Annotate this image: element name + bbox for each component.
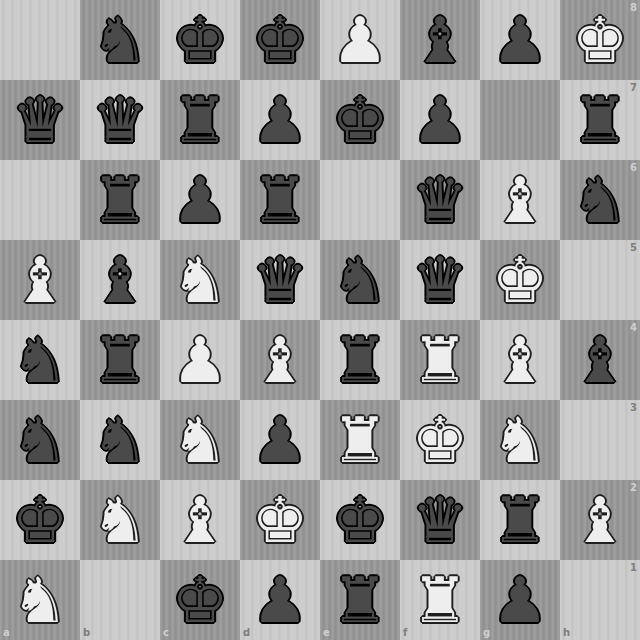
rank-label-8: 8	[630, 3, 637, 13]
white-bishop-icon: ♝	[12, 241, 68, 320]
white-knight-icon: ♞	[172, 401, 228, 480]
square-g8[interactable]: ♟	[480, 0, 560, 80]
black-queen-icon: ♛	[412, 481, 468, 560]
square-h7[interactable]: ♜7	[560, 80, 640, 160]
black-pawn-icon: ♟	[252, 81, 308, 160]
black-king-icon: ♚	[12, 481, 68, 560]
file-label-b: b	[83, 628, 90, 638]
white-knight-icon: ♞	[12, 561, 68, 640]
square-e5[interactable]: ♞	[320, 240, 400, 320]
white-knight-icon: ♞	[492, 401, 548, 480]
square-b3[interactable]: ♞	[80, 400, 160, 480]
black-rook-icon: ♜	[332, 321, 388, 400]
black-rook-icon: ♜	[172, 81, 228, 160]
rank-label-4: 4	[630, 323, 637, 333]
square-a7[interactable]: ♛	[0, 80, 80, 160]
black-pawn-icon: ♟	[492, 561, 548, 640]
file-label-c: c	[163, 628, 169, 638]
rank-label-1: 1	[630, 563, 637, 573]
square-e1[interactable]: ♜e	[320, 560, 400, 640]
black-queen-icon: ♛	[92, 81, 148, 160]
white-rook-icon: ♜	[412, 321, 468, 400]
square-a1[interactable]: ♞a	[0, 560, 80, 640]
square-f7[interactable]: ♟	[400, 80, 480, 160]
square-c6[interactable]: ♟	[160, 160, 240, 240]
file-label-a: a	[3, 628, 10, 638]
black-king-icon: ♚	[172, 561, 228, 640]
white-knight-icon: ♞	[92, 481, 148, 560]
black-queen-icon: ♛	[412, 161, 468, 240]
square-e4[interactable]: ♜	[320, 320, 400, 400]
black-rook-icon: ♜	[252, 161, 308, 240]
square-h1[interactable]: 1h	[560, 560, 640, 640]
white-king-icon: ♚	[572, 1, 628, 80]
file-label-f: f	[403, 628, 407, 638]
square-h8[interactable]: ♚8	[560, 0, 640, 80]
square-h6[interactable]: ♞6	[560, 160, 640, 240]
square-e8[interactable]: ♟	[320, 0, 400, 80]
square-a2[interactable]: ♚	[0, 480, 80, 560]
square-d5[interactable]: ♛	[240, 240, 320, 320]
square-h5[interactable]: 5	[560, 240, 640, 320]
white-pawn-icon: ♟	[332, 1, 388, 80]
rank-label-3: 3	[630, 403, 637, 413]
square-e2[interactable]: ♚	[320, 480, 400, 560]
white-pawn-icon: ♟	[172, 321, 228, 400]
square-c5[interactable]: ♞	[160, 240, 240, 320]
square-f8[interactable]: ♝	[400, 0, 480, 80]
square-c2[interactable]: ♝	[160, 480, 240, 560]
white-bishop-icon: ♝	[572, 481, 628, 560]
black-queen-icon: ♛	[412, 241, 468, 320]
file-label-g: g	[483, 628, 490, 638]
black-knight-icon: ♞	[12, 321, 68, 400]
square-d4[interactable]: ♝	[240, 320, 320, 400]
square-e3[interactable]: ♜	[320, 400, 400, 480]
square-b4[interactable]: ♜	[80, 320, 160, 400]
square-f5[interactable]: ♛	[400, 240, 480, 320]
black-rook-icon: ♜	[92, 161, 148, 240]
black-knight-icon: ♞	[92, 401, 148, 480]
square-c4[interactable]: ♟	[160, 320, 240, 400]
white-knight-icon: ♞	[172, 241, 228, 320]
square-b5[interactable]: ♝	[80, 240, 160, 320]
square-f2[interactable]: ♛	[400, 480, 480, 560]
black-king-icon: ♚	[332, 81, 388, 160]
black-knight-icon: ♞	[92, 1, 148, 80]
black-bishop-icon: ♝	[412, 1, 468, 80]
rank-label-7: 7	[630, 83, 637, 93]
white-bishop-icon: ♝	[172, 481, 228, 560]
chess-board: ♞♚♚♟♝♟♚8♛♛♜♟♚♟♜7♜♟♜♛♝♞6♝♝♞♛♞♛♚5♞♜♟♝♜♜♝♝4…	[0, 0, 640, 640]
square-d7[interactable]: ♟	[240, 80, 320, 160]
black-pawn-icon: ♟	[252, 561, 308, 640]
square-f6[interactable]: ♛	[400, 160, 480, 240]
square-e7[interactable]: ♚	[320, 80, 400, 160]
square-e6[interactable]	[320, 160, 400, 240]
black-rook-icon: ♜	[332, 561, 388, 640]
black-knight-icon: ♞	[572, 161, 628, 240]
square-a5[interactable]: ♝	[0, 240, 80, 320]
white-bishop-icon: ♝	[492, 161, 548, 240]
square-h2[interactable]: ♝2	[560, 480, 640, 560]
square-c3[interactable]: ♞	[160, 400, 240, 480]
black-bishop-icon: ♝	[92, 241, 148, 320]
white-bishop-icon: ♝	[252, 321, 308, 400]
square-f4[interactable]: ♜	[400, 320, 480, 400]
square-c1[interactable]: ♚c	[160, 560, 240, 640]
white-rook-icon: ♜	[412, 561, 468, 640]
black-king-icon: ♚	[332, 481, 388, 560]
file-label-e: e	[323, 628, 330, 638]
rank-label-2: 2	[630, 483, 637, 493]
black-king-icon: ♚	[172, 1, 228, 80]
black-queen-icon: ♛	[12, 81, 68, 160]
square-d3[interactable]: ♟	[240, 400, 320, 480]
black-knight-icon: ♞	[332, 241, 388, 320]
black-pawn-icon: ♟	[412, 81, 468, 160]
file-label-d: d	[243, 628, 250, 638]
black-rook-icon: ♜	[572, 81, 628, 160]
black-queen-icon: ♛	[252, 241, 308, 320]
white-king-icon: ♚	[492, 241, 548, 320]
square-b1[interactable]: b	[80, 560, 160, 640]
square-a3[interactable]: ♞	[0, 400, 80, 480]
black-rook-icon: ♜	[92, 321, 148, 400]
square-g2[interactable]: ♜	[480, 480, 560, 560]
rank-label-5: 5	[630, 243, 637, 253]
square-d1[interactable]: ♟d	[240, 560, 320, 640]
square-b7[interactable]: ♛	[80, 80, 160, 160]
square-g4[interactable]: ♝	[480, 320, 560, 400]
square-d2[interactable]: ♚	[240, 480, 320, 560]
black-rook-icon: ♜	[492, 481, 548, 560]
square-a6[interactable]	[0, 160, 80, 240]
square-g1[interactable]: ♟g	[480, 560, 560, 640]
square-g3[interactable]: ♞	[480, 400, 560, 480]
square-b8[interactable]: ♞	[80, 0, 160, 80]
black-pawn-icon: ♟	[172, 161, 228, 240]
square-h4[interactable]: ♝4	[560, 320, 640, 400]
square-g6[interactable]: ♝	[480, 160, 560, 240]
square-c7[interactable]: ♜	[160, 80, 240, 160]
white-king-icon: ♚	[252, 481, 308, 560]
file-label-h: h	[563, 628, 570, 638]
black-bishop-icon: ♝	[572, 321, 628, 400]
square-f3[interactable]: ♚	[400, 400, 480, 480]
white-rook-icon: ♜	[332, 401, 388, 480]
square-d8[interactable]: ♚	[240, 0, 320, 80]
square-g5[interactable]: ♚	[480, 240, 560, 320]
square-d6[interactable]: ♜	[240, 160, 320, 240]
white-king-icon: ♚	[412, 401, 468, 480]
square-a8[interactable]	[0, 0, 80, 80]
square-c8[interactable]: ♚	[160, 0, 240, 80]
black-pawn-icon: ♟	[492, 1, 548, 80]
black-knight-icon: ♞	[12, 401, 68, 480]
square-f1[interactable]: ♜f	[400, 560, 480, 640]
black-king-icon: ♚	[252, 1, 308, 80]
square-h3[interactable]: 3	[560, 400, 640, 480]
square-g7[interactable]	[480, 80, 560, 160]
black-pawn-icon: ♟	[252, 401, 308, 480]
square-b6[interactable]: ♜	[80, 160, 160, 240]
rank-label-6: 6	[630, 163, 637, 173]
square-a4[interactable]: ♞	[0, 320, 80, 400]
square-b2[interactable]: ♞	[80, 480, 160, 560]
white-bishop-icon: ♝	[492, 321, 548, 400]
